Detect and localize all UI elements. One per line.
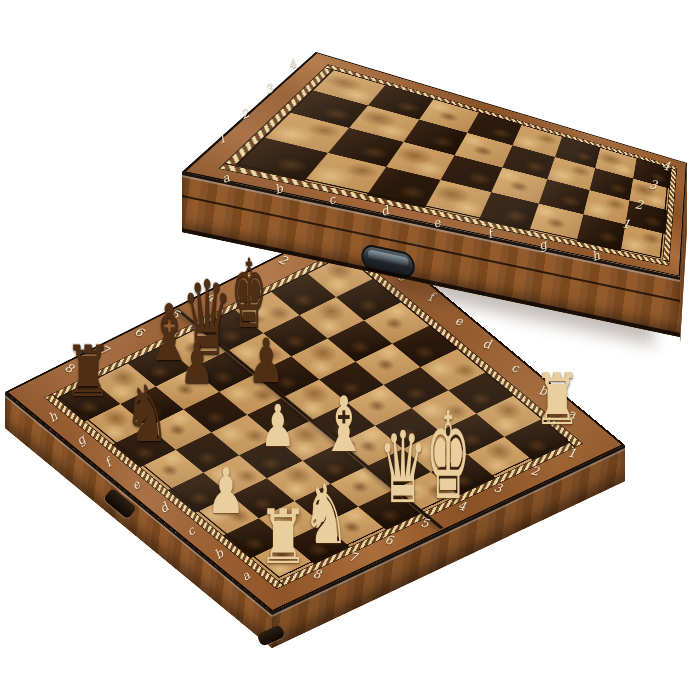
light-knight-a7[interactable]: ♞: [302, 474, 349, 556]
dark-pawn-g6[interactable]: ♟: [180, 335, 215, 392]
light-king-a4[interactable]: ♚: [425, 397, 470, 517]
box-coord-rank-4-left: 4: [286, 56, 298, 72]
light-bishop-c5[interactable]: ♝: [321, 387, 367, 463]
light-queen-a5[interactable]: ♛: [379, 418, 428, 517]
product-photo: 1122334455667788hhggffeeddccbbaa abcdefg…: [0, 0, 700, 700]
dark-knight-f8[interactable]: ♞: [125, 375, 170, 453]
light-rook-a8[interactable]: ♜: [258, 500, 308, 575]
light-pawn-c8[interactable]: ♟: [207, 460, 245, 523]
box-coord-rank-3-left: 3: [263, 81, 275, 97]
light-pawn-d6[interactable]: ♟: [260, 397, 295, 455]
dark-pawn-f4[interactable]: ♟: [247, 330, 284, 391]
dark-rook-h8[interactable]: ♜: [64, 336, 112, 407]
light-rook-b2[interactable]: ♜: [533, 364, 581, 435]
